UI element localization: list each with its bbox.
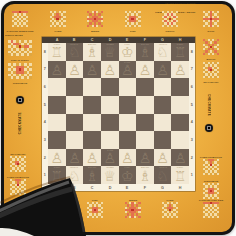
black-pawn: ♙ [139, 63, 152, 77]
grommet-snap-left [16, 96, 24, 104]
black-rook: ♖ [51, 45, 64, 59]
diagram-board [12, 202, 28, 218]
white-bishop: ♗ [139, 169, 152, 183]
diagram-right-bishop: BISHOP [203, 39, 219, 55]
square-g3[interactable] [154, 131, 172, 149]
black-queen: ♕ [103, 45, 116, 59]
square-a5[interactable] [48, 96, 66, 114]
square-f3[interactable] [136, 131, 154, 149]
rank-label-right-text: 2 [191, 156, 193, 160]
diagram-board [8, 63, 32, 79]
diagram-board [50, 11, 66, 27]
file-label-top-text: A [55, 38, 58, 42]
file-label-top-text: B [73, 38, 76, 42]
diagram-label: KING [118, 30, 147, 32]
square-b5[interactable] [66, 96, 84, 114]
square-h6[interactable] [171, 78, 189, 96]
diagram-cell [101, 25, 103, 27]
square-h8[interactable]: ♖ROOK [171, 43, 189, 61]
diagram-board [12, 11, 28, 27]
white-bishop: ♗ [86, 169, 99, 183]
file-label-top-text: F [144, 38, 146, 42]
square-d1[interactable]: ♕QUEEN [101, 166, 119, 184]
white-knight: ♘ [68, 169, 81, 183]
file-label-top-text: H [179, 38, 182, 42]
white-rook: ♖ [174, 169, 187, 183]
rank-label-right-text: 5 [191, 103, 193, 107]
piece-name-label: PAWN [102, 149, 116, 151]
diagram-right-promotion: PAWN PROMOTION [203, 159, 219, 175]
diagram-bottom-rook: ROOK [12, 202, 28, 218]
rank-label-right: 8 [189, 43, 195, 61]
piece-name-label: KING [120, 43, 134, 45]
square-e2[interactable]: ♙ [119, 149, 137, 167]
square-f8[interactable]: ♗BISHOP [136, 43, 154, 61]
diagram-bottom-king: KING [87, 202, 103, 218]
diagram-bottom-castling: CASTLING KING SIDE [203, 202, 219, 218]
square-d3[interactable] [101, 131, 119, 149]
black-pawn: ♙ [68, 63, 81, 77]
file-label-bottom: A [48, 184, 66, 191]
square-h7[interactable]: ♙ [171, 61, 189, 79]
piece-name-label: BISHOP [85, 43, 99, 45]
diagram-cell [138, 216, 140, 218]
diagram-cell [26, 216, 28, 218]
square-b1[interactable]: ♘KNIGHT [66, 166, 84, 184]
square-c7[interactable]: ♙ [83, 61, 101, 79]
square-d4[interactable] [101, 114, 119, 132]
square-d5[interactable] [101, 96, 119, 114]
white-knight: ♘ [156, 169, 169, 183]
square-b2[interactable]: ♙ [66, 149, 84, 167]
diagram-top-rook: ROOK [203, 11, 219, 27]
diagram-left-enpassant: EN PASSANT [10, 156, 26, 172]
square-b6[interactable] [66, 78, 84, 96]
diagram-cell [217, 76, 219, 78]
piece-name-label: BISHOP [138, 43, 152, 45]
square-f6[interactable] [136, 78, 154, 96]
rank-label-right: 5 [189, 96, 195, 114]
diagram-board [203, 159, 219, 175]
white-pawn: ♙ [68, 151, 81, 165]
piece-name-label: ROOK [50, 43, 64, 45]
diagram-label: KING IN CHECK [6, 59, 35, 61]
square-c4[interactable] [83, 114, 101, 132]
square-g6[interactable] [154, 78, 172, 96]
square-c8[interactable]: ♗BISHOP [83, 43, 101, 61]
diagram-left-mate_wide: CHECKMATE [8, 63, 32, 79]
square-e8[interactable]: ♔KING [119, 43, 137, 61]
file-label-bottom-text: B [73, 186, 76, 190]
diagram-right-checkmate: CHECKMATE [203, 183, 219, 199]
square-f5[interactable] [136, 96, 154, 114]
diagram-board [203, 11, 219, 27]
diagram-label: PAWN PROMOTION [4, 176, 33, 178]
rank-label-right: 6 [189, 78, 195, 96]
square-g4[interactable] [154, 114, 172, 132]
file-label-bottom-text: H [179, 186, 182, 190]
rank-label-left-text: 7 [44, 68, 46, 72]
diagram-bottom-queen: QUEEN [125, 202, 141, 218]
square-d2[interactable]: ♙PAWN [101, 149, 119, 167]
black-bishop: ♗ [86, 45, 99, 59]
brand-text-left: CHECKMATE [15, 104, 24, 142]
diagram-cell [217, 173, 219, 175]
white-pawn: ♙ [103, 151, 116, 165]
diagram-label: ROOK [6, 199, 35, 201]
file-label-top-text: C [91, 38, 94, 42]
diagram-label: PAWN [156, 199, 185, 201]
black-rook: ♖ [174, 45, 187, 59]
file-label-bottom-text: F [144, 186, 146, 190]
diagram-cell [63, 25, 65, 27]
diagram-top-castling: CASTLING QUEEN SIDE [12, 11, 28, 27]
square-e1[interactable]: ♔KING [119, 166, 137, 184]
diagram-board [203, 202, 219, 218]
brand-text-right: CHECKMATE [204, 86, 213, 124]
square-h1[interactable]: ♖ROOK [171, 166, 189, 184]
black-knight: ♘ [156, 45, 169, 59]
white-pawn: ♙ [156, 151, 169, 165]
diagram-cell [29, 76, 32, 79]
file-label-bottom: D [101, 184, 119, 191]
file-label-bottom-text: A [55, 186, 58, 190]
diagram-label: CHECKMATE [197, 180, 226, 182]
black-pawn: ♙ [174, 63, 187, 77]
black-pawn: ♙ [86, 63, 99, 77]
rank-label-right: 4 [189, 114, 195, 132]
diagram-cell [101, 216, 103, 218]
square-b8[interactable]: ♘KNIGHT [66, 43, 84, 61]
diagram-cell [138, 25, 140, 27]
rank-label-right-text: 3 [191, 138, 193, 142]
diagram-board [203, 183, 219, 199]
square-b3[interactable] [66, 131, 84, 149]
diagram-board [87, 11, 103, 27]
rank-label-left-text: 8 [44, 50, 46, 54]
diagram-board [10, 179, 26, 195]
diagram-label: KING [81, 199, 110, 201]
square-a6[interactable] [48, 78, 66, 96]
white-pawn: ♙ [121, 151, 134, 165]
rank-label-right: 3 [189, 131, 195, 149]
diagram-cell [63, 216, 65, 218]
diagram-board [162, 202, 178, 218]
black-pawn: ♙ [121, 63, 134, 77]
file-label-bottom-text: D [108, 186, 111, 190]
rank-label-right: 2 [189, 149, 195, 167]
diagram-cell [24, 193, 26, 195]
diagram-cell [217, 53, 219, 55]
diagram-board [162, 11, 178, 27]
rank-label-left-text: 2 [44, 156, 46, 160]
diagram-label: EN PASSANT [4, 153, 33, 155]
grommet-snap-right [205, 124, 213, 132]
diagram-left-check_wide: KING IN CHECK [8, 40, 32, 56]
square-g2[interactable]: ♙ [154, 149, 172, 167]
white-pawn: ♙ [139, 151, 152, 165]
diagram-top-queen: QUEEN [87, 11, 103, 27]
black-king: ♔ [121, 45, 134, 59]
file-label-top-text: E [126, 38, 128, 42]
square-c2[interactable]: ♙ [83, 149, 101, 167]
diagram-label: PAWN PROMOTION [197, 156, 226, 158]
rank-label-left-text: 1 [44, 173, 46, 177]
square-f2[interactable]: ♙ [136, 149, 154, 167]
diagram-top-king: KING [125, 11, 141, 27]
rank-label-right-text: 6 [191, 85, 193, 89]
white-pawn: ♙ [174, 151, 187, 165]
diagram-label: KNIGHT [43, 199, 72, 201]
square-f1[interactable]: ♗BISHOP [136, 166, 154, 184]
diagram-top-pawn: PAWN [50, 11, 66, 27]
square-a1[interactable]: ♖ROOK [48, 166, 66, 184]
square-f7[interactable]: ♙ [136, 61, 154, 79]
diagram-board [10, 156, 26, 172]
rank-label-right-text: 4 [191, 120, 193, 124]
file-label-bottom: E [119, 184, 137, 191]
square-c3[interactable] [83, 131, 101, 149]
rank-label-left-text: 3 [44, 138, 46, 142]
diagram-label: CHECKMATE [6, 82, 35, 84]
square-c5[interactable] [83, 96, 101, 114]
diagram-cell [26, 25, 28, 27]
diagram-cell [217, 25, 219, 27]
square-e4[interactable] [119, 114, 137, 132]
square-b4[interactable] [66, 114, 84, 132]
rank-label-left-text: 4 [44, 120, 46, 124]
file-label-top-text: D [108, 38, 111, 42]
header-text: LEARN TO PLAY CHESS PIECE MOVES · RULES … [95, 2, 195, 20]
diagram-bottom-knight: KNIGHT [50, 202, 66, 218]
black-pawn: ♙ [156, 63, 169, 77]
square-c1[interactable]: ♗BISHOP [83, 166, 101, 184]
diagram-cell [176, 25, 178, 27]
diagram-cell [217, 197, 219, 199]
square-a4[interactable] [48, 114, 66, 132]
square-g1[interactable]: ♘KNIGHT [154, 166, 172, 184]
rank-label-right-text: 8 [191, 50, 193, 54]
square-b7[interactable]: ♙ [66, 61, 84, 79]
file-label-bottom: C [83, 184, 101, 191]
white-rook: ♖ [51, 169, 64, 183]
square-d6[interactable] [101, 78, 119, 96]
square-a2[interactable]: ♙ [48, 149, 66, 167]
square-e7[interactable]: ♙PAWN [119, 61, 137, 79]
file-label-bottom-text: G [161, 186, 164, 190]
diagram-board [203, 62, 219, 78]
diagram-board [125, 202, 141, 218]
square-e3[interactable] [119, 131, 137, 149]
piece-name-label: KNIGHT [155, 43, 169, 45]
diagram-label: ROOK [197, 30, 226, 32]
square-h5[interactable] [171, 96, 189, 114]
board-corner [189, 184, 195, 191]
square-e5[interactable] [119, 96, 137, 114]
diagram-board [203, 39, 219, 55]
square-h2[interactable]: ♙ [171, 149, 189, 167]
file-label-bottom: B [66, 184, 84, 191]
square-a7[interactable]: ♙ [48, 61, 66, 79]
square-g8[interactable]: ♘KNIGHT [154, 43, 172, 61]
rank-label-right: 1 [189, 166, 195, 184]
file-label-bottom: F [136, 184, 154, 191]
square-e6[interactable] [119, 78, 137, 96]
diagram-label: CASTLING KING SIDE [197, 199, 226, 201]
rank-label-left-text: 6 [44, 85, 46, 89]
diagram-label: QUEEN [81, 30, 110, 32]
piece-name-label: PAWN [120, 61, 134, 63]
diagram-cell [217, 216, 219, 218]
chess-board: ABCDEFGH8♖ROOK♘KNIGHT♗BISHOP♕QUEEN♔KING♗… [42, 37, 195, 191]
piece-name-label: KNIGHT [67, 43, 81, 45]
diagram-label: PAWN [43, 30, 72, 32]
piece-name-label: ROOK [173, 43, 187, 45]
left-column-header: SPECIAL MOVES [5, 34, 27, 36]
diagram-label: KNIGHT [156, 30, 185, 32]
black-knight: ♘ [68, 45, 81, 59]
square-h3[interactable] [171, 131, 189, 149]
white-pawn: ♙ [51, 151, 64, 165]
file-label-bottom-text: C [91, 186, 94, 190]
rank-label-right-text: 7 [191, 68, 193, 72]
black-pawn: ♙ [51, 63, 64, 77]
black-pawn: ♙ [103, 63, 116, 77]
diagram-board [125, 11, 141, 27]
rank-label-left-text: 5 [44, 103, 46, 107]
white-queen: ♕ [103, 169, 116, 183]
diagram-bottom-pawn: PAWN [162, 202, 178, 218]
square-a8[interactable]: ♖ROOK [48, 43, 66, 61]
header-line-1: LEARN TO PLAY CHESS [155, 2, 195, 6]
file-label-top-text: G [161, 38, 164, 42]
diagram-right-enpassant: EN PASSANT [203, 62, 219, 78]
square-d7[interactable]: ♙ [101, 61, 119, 79]
piece-name-label: QUEEN [102, 43, 116, 45]
file-label-bottom-text: E [126, 186, 128, 190]
diagram-cell [29, 53, 32, 56]
black-bishop: ♗ [139, 45, 152, 59]
diagram-board [87, 202, 103, 218]
diagram-cell [176, 216, 178, 218]
square-h4[interactable] [171, 114, 189, 132]
rank-label-right: 7 [189, 61, 195, 79]
square-f4[interactable] [136, 114, 154, 132]
square-g7[interactable]: ♙ [154, 61, 172, 79]
diagram-label: QUEEN [118, 199, 147, 201]
file-label-bottom: H [171, 184, 189, 191]
rank-label-right-text: 1 [191, 173, 193, 177]
diagram-top-knight: KNIGHT [162, 11, 178, 27]
diagram-left-promotion: PAWN PROMOTION [10, 179, 26, 195]
square-c6[interactable] [83, 78, 101, 96]
diagram-board [50, 202, 66, 218]
diagram-board [8, 40, 32, 56]
white-pawn: ♙ [86, 151, 99, 165]
square-d8[interactable]: ♕QUEEN [101, 43, 119, 61]
white-king: ♔ [121, 169, 134, 183]
file-label-bottom: G [154, 184, 172, 191]
diagram-label: CASTLING QUEEN SIDE [6, 30, 35, 32]
diagram-cell [24, 170, 26, 172]
square-g5[interactable] [154, 96, 172, 114]
square-a3[interactable] [48, 131, 66, 149]
diagram-label: EN PASSANT [197, 81, 226, 83]
diagram-label: BISHOP [197, 58, 226, 60]
